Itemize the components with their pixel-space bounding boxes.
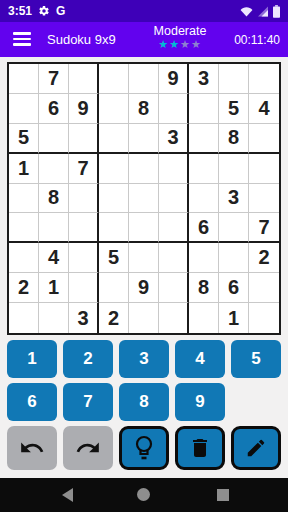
g-icon: G bbox=[56, 4, 65, 18]
sudoku-cell-r5c1[interactable] bbox=[9, 184, 39, 214]
page-title: Sudoku 9x9 bbox=[47, 32, 116, 47]
sudoku-cell-r4c4[interactable] bbox=[99, 154, 129, 184]
redo-button[interactable] bbox=[63, 426, 113, 470]
star-filled-icon: ★ bbox=[169, 38, 180, 51]
sudoku-cell-r4c9[interactable] bbox=[249, 154, 279, 184]
sudoku-board: 7936985453817836745221986321 bbox=[7, 62, 281, 335]
back-icon[interactable] bbox=[62, 488, 73, 502]
trash-icon bbox=[188, 436, 212, 460]
sudoku-cell-r3c9[interactable] bbox=[249, 124, 279, 154]
star-empty-icon: ★ bbox=[180, 38, 191, 51]
number-button-3[interactable]: 3 bbox=[119, 340, 169, 378]
sudoku-cell-r6c7[interactable]: 6 bbox=[189, 213, 219, 243]
sudoku-cell-r6c1[interactable] bbox=[9, 213, 39, 243]
sudoku-cell-r8c1[interactable]: 2 bbox=[9, 273, 39, 303]
sudoku-cell-r6c8[interactable] bbox=[219, 213, 249, 243]
sudoku-cell-r8c5[interactable]: 9 bbox=[129, 273, 159, 303]
number-button-6[interactable]: 6 bbox=[7, 383, 57, 421]
star-empty-icon: ★ bbox=[191, 38, 202, 51]
sudoku-cell-r3c4[interactable] bbox=[99, 124, 129, 154]
undo-button[interactable] bbox=[7, 426, 57, 470]
game-timer: 00:11:40 bbox=[234, 33, 280, 47]
sudoku-cell-r8c2[interactable]: 1 bbox=[39, 273, 69, 303]
sudoku-cell-r7c6[interactable] bbox=[159, 243, 189, 273]
sudoku-cell-r5c3[interactable] bbox=[69, 184, 99, 214]
sudoku-cell-r1c9[interactable] bbox=[249, 64, 279, 94]
number-button-5[interactable]: 5 bbox=[231, 340, 281, 378]
sudoku-cell-r2c8[interactable]: 5 bbox=[219, 94, 249, 124]
sudoku-cell-r3c6[interactable]: 3 bbox=[159, 124, 189, 154]
cell-signal-icon bbox=[257, 6, 269, 17]
sudoku-cell-r9c1[interactable] bbox=[9, 303, 39, 333]
sudoku-cell-r8c6[interactable] bbox=[159, 273, 189, 303]
sudoku-cell-r5c6[interactable] bbox=[159, 184, 189, 214]
sudoku-cell-r4c2[interactable] bbox=[39, 154, 69, 184]
gear-icon bbox=[38, 5, 50, 17]
sudoku-cell-r3c1[interactable]: 5 bbox=[9, 124, 39, 154]
status-time: 3:51 bbox=[8, 4, 32, 18]
sudoku-cell-r9c4[interactable]: 2 bbox=[99, 303, 129, 333]
lightbulb-icon bbox=[132, 435, 156, 461]
sudoku-cell-r9c9[interactable] bbox=[249, 303, 279, 333]
delete-button[interactable] bbox=[175, 426, 225, 470]
difficulty-label: Moderate bbox=[149, 24, 211, 38]
sudoku-cell-r8c3[interactable] bbox=[69, 273, 99, 303]
sudoku-cell-r1c4[interactable] bbox=[99, 64, 129, 94]
sudoku-cell-r4c8[interactable] bbox=[219, 154, 249, 184]
sudoku-cell-r4c1[interactable]: 1 bbox=[9, 154, 39, 184]
sudoku-cell-r5c9[interactable] bbox=[249, 184, 279, 214]
sudoku-cell-r4c5[interactable] bbox=[129, 154, 159, 184]
recents-icon[interactable] bbox=[217, 489, 229, 501]
sudoku-cell-r8c8[interactable]: 6 bbox=[219, 273, 249, 303]
status-bar: 3:51 G bbox=[0, 0, 288, 22]
sudoku-cell-r9c7[interactable] bbox=[189, 303, 219, 333]
difficulty-indicator: Moderate ★★★★ bbox=[149, 24, 211, 52]
sudoku-cell-r7c5[interactable] bbox=[129, 243, 159, 273]
home-icon[interactable] bbox=[137, 488, 150, 501]
app-bar: Sudoku 9x9 Moderate ★★★★ 00:11:40 bbox=[0, 22, 288, 57]
pencil-button[interactable] bbox=[231, 426, 281, 470]
sudoku-cell-r2c9[interactable]: 4 bbox=[249, 94, 279, 124]
number-pad-row-2: 6789 bbox=[7, 383, 225, 421]
sudoku-cell-r3c5[interactable] bbox=[129, 124, 159, 154]
sudoku-cell-r7c9[interactable]: 2 bbox=[249, 243, 279, 273]
sudoku-cell-r7c1[interactable] bbox=[9, 243, 39, 273]
sudoku-cell-r1c2[interactable]: 7 bbox=[39, 64, 69, 94]
battery-icon bbox=[273, 5, 280, 18]
sudoku-cell-r8c4[interactable] bbox=[99, 273, 129, 303]
sudoku-cell-r1c8[interactable] bbox=[219, 64, 249, 94]
sudoku-cell-r3c3[interactable] bbox=[69, 124, 99, 154]
sudoku-cell-r1c7[interactable]: 3 bbox=[189, 64, 219, 94]
pencil-icon bbox=[245, 437, 267, 459]
sudoku-cell-r6c3[interactable] bbox=[69, 213, 99, 243]
number-button-2[interactable]: 2 bbox=[63, 340, 113, 378]
redo-icon bbox=[75, 435, 101, 461]
sudoku-cell-r5c5[interactable] bbox=[129, 184, 159, 214]
sudoku-cell-r6c2[interactable] bbox=[39, 213, 69, 243]
sudoku-cell-r9c8[interactable]: 1 bbox=[219, 303, 249, 333]
sudoku-cell-r3c2[interactable] bbox=[39, 124, 69, 154]
wifi-icon bbox=[240, 6, 253, 17]
menu-icon[interactable] bbox=[13, 32, 31, 46]
toolbar bbox=[7, 426, 281, 470]
sudoku-cell-r2c3[interactable]: 9 bbox=[69, 94, 99, 124]
star-filled-icon: ★ bbox=[158, 38, 169, 51]
number-button-1[interactable]: 1 bbox=[7, 340, 57, 378]
undo-icon bbox=[19, 435, 45, 461]
sudoku-cell-r1c1[interactable] bbox=[9, 64, 39, 94]
sudoku-cell-r1c6[interactable]: 9 bbox=[159, 64, 189, 94]
sudoku-cell-r4c7[interactable] bbox=[189, 154, 219, 184]
number-button-8[interactable]: 8 bbox=[119, 383, 169, 421]
sudoku-cell-r6c4[interactable] bbox=[99, 213, 129, 243]
sudoku-cell-r9c6[interactable] bbox=[159, 303, 189, 333]
sudoku-cell-r2c6[interactable] bbox=[159, 94, 189, 124]
sudoku-cell-r2c2[interactable]: 6 bbox=[39, 94, 69, 124]
sudoku-cell-r5c8[interactable]: 3 bbox=[219, 184, 249, 214]
sudoku-app: 3:51 G Sudoku 9x9 Moderate ★★★★ bbox=[0, 0, 288, 512]
sudoku-cell-r1c5[interactable] bbox=[129, 64, 159, 94]
sudoku-cell-r8c7[interactable]: 8 bbox=[189, 273, 219, 303]
sudoku-cell-r1c3[interactable] bbox=[69, 64, 99, 94]
sudoku-cell-r7c4[interactable]: 5 bbox=[99, 243, 129, 273]
number-button-9[interactable]: 9 bbox=[175, 383, 225, 421]
sudoku-cell-r6c9[interactable]: 7 bbox=[249, 213, 279, 243]
difficulty-stars: ★★★★ bbox=[149, 38, 211, 52]
sudoku-cell-r2c4[interactable] bbox=[99, 94, 129, 124]
sudoku-cell-r2c5[interactable]: 8 bbox=[129, 94, 159, 124]
sudoku-cell-r4c6[interactable] bbox=[159, 154, 189, 184]
number-button-4[interactable]: 4 bbox=[175, 340, 225, 378]
sudoku-cell-r7c3[interactable] bbox=[69, 243, 99, 273]
sudoku-cell-r5c4[interactable] bbox=[99, 184, 129, 214]
sudoku-cell-r6c5[interactable] bbox=[129, 213, 159, 243]
sudoku-cell-r6c6[interactable] bbox=[159, 213, 189, 243]
sudoku-cell-r9c5[interactable] bbox=[129, 303, 159, 333]
sudoku-cell-r5c7[interactable] bbox=[189, 184, 219, 214]
sudoku-cell-r7c2[interactable]: 4 bbox=[39, 243, 69, 273]
sudoku-cell-r3c7[interactable] bbox=[189, 124, 219, 154]
sudoku-cell-r7c8[interactable] bbox=[219, 243, 249, 273]
number-button-7[interactable]: 7 bbox=[63, 383, 113, 421]
sudoku-cell-r4c3[interactable]: 7 bbox=[69, 154, 99, 184]
android-nav-bar bbox=[0, 478, 288, 512]
sudoku-cell-r5c2[interactable]: 8 bbox=[39, 184, 69, 214]
sudoku-cell-r8c9[interactable] bbox=[249, 273, 279, 303]
hint-button[interactable] bbox=[119, 426, 169, 470]
sudoku-cell-r3c8[interactable]: 8 bbox=[219, 124, 249, 154]
sudoku-cell-r9c2[interactable] bbox=[39, 303, 69, 333]
number-pad-row-1: 12345 bbox=[7, 340, 281, 378]
sudoku-cell-r9c3[interactable]: 3 bbox=[69, 303, 99, 333]
sudoku-cell-r7c7[interactable] bbox=[189, 243, 219, 273]
sudoku-cell-r2c7[interactable] bbox=[189, 94, 219, 124]
sudoku-cell-r2c1[interactable] bbox=[9, 94, 39, 124]
